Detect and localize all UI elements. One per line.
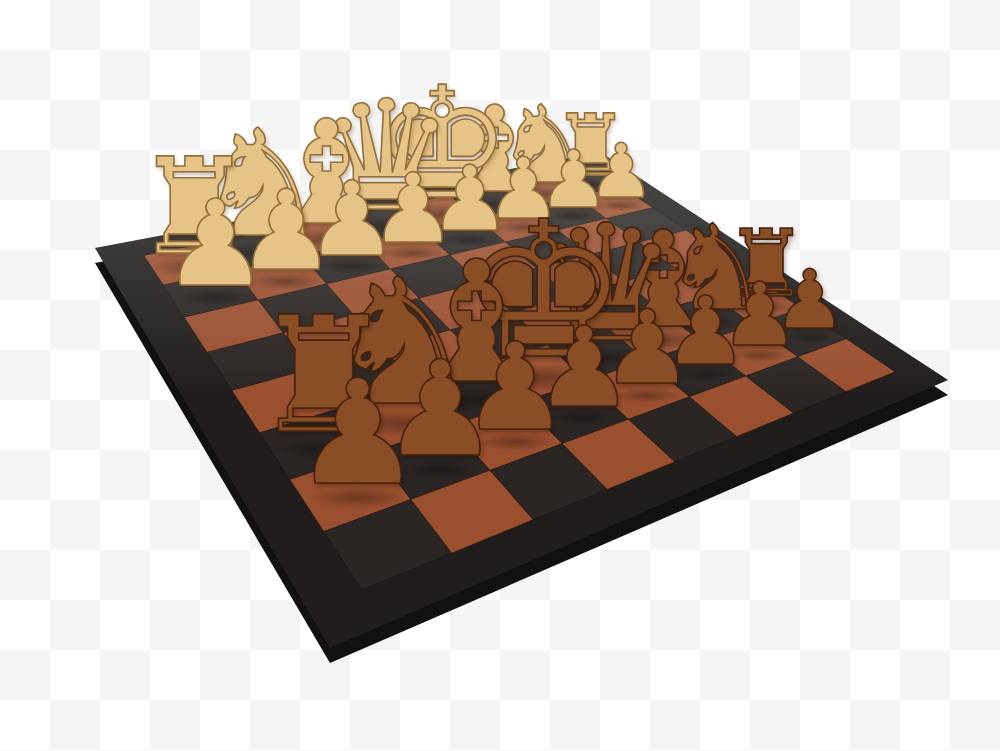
product-photo-scene: ♜♞♝♛♚♝♞♜♟♟♟♟♟♟♟♟♜♞♝♚♛♝♞♜♟♟♟♟♟♟♟♟ bbox=[0, 0, 1000, 751]
chessboard bbox=[0, 0, 1000, 751]
